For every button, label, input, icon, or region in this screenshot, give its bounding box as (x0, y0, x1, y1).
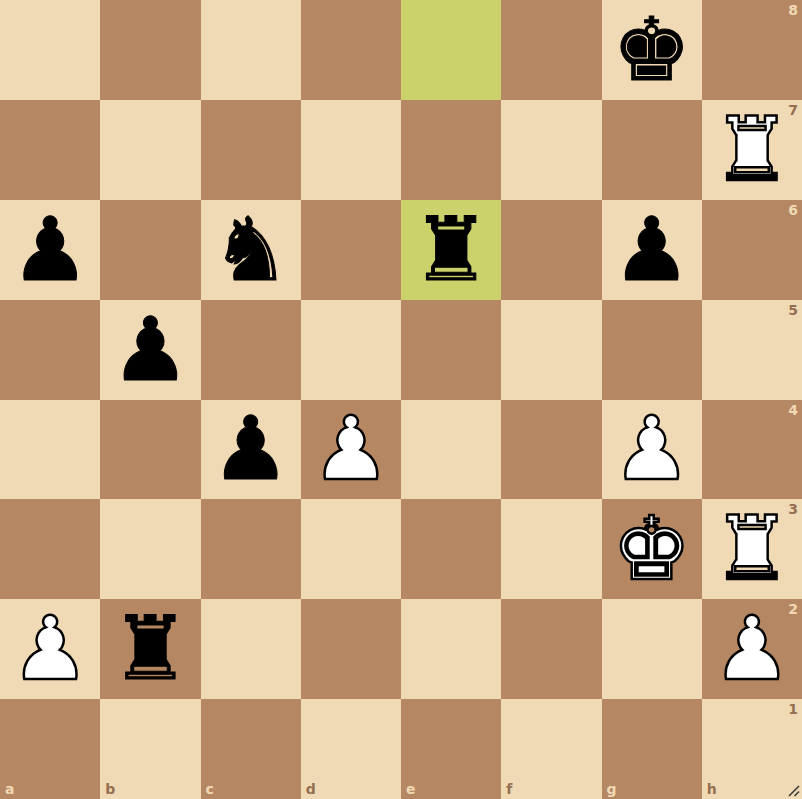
rank-label-6: 6 (788, 203, 798, 217)
square-b3[interactable] (100, 499, 200, 599)
square-d1[interactable]: d (301, 699, 401, 799)
square-f8[interactable] (501, 0, 601, 100)
square-c1[interactable]: c (201, 699, 301, 799)
file-label-f: f (506, 782, 512, 796)
black-king-piece[interactable]: ♚ (602, 0, 702, 100)
square-f2[interactable] (501, 599, 601, 699)
rank-label-5: 5 (788, 303, 798, 317)
square-c4[interactable]: ♟ (201, 400, 301, 500)
chess-board[interactable]: ♚8♜7♟♞♜♟6♟5♟♟♟4♚♜3♟♜♟2abcdefg1h (0, 0, 802, 799)
square-b7[interactable] (100, 100, 200, 200)
square-c7[interactable] (201, 100, 301, 200)
square-b1[interactable]: b (100, 699, 200, 799)
black-knight-piece[interactable]: ♞ (201, 200, 301, 300)
square-a8[interactable] (0, 0, 100, 100)
square-b8[interactable] (100, 0, 200, 100)
square-a6[interactable]: ♟ (0, 200, 100, 300)
square-c5[interactable] (201, 300, 301, 400)
white-rook-piece[interactable]: ♜ (702, 100, 802, 200)
square-d5[interactable] (301, 300, 401, 400)
square-e4[interactable] (401, 400, 501, 500)
square-h2[interactable]: ♟2 (702, 599, 802, 699)
white-pawn-piece[interactable]: ♟ (602, 400, 702, 500)
square-a7[interactable] (0, 100, 100, 200)
square-f4[interactable] (501, 400, 601, 500)
square-f3[interactable] (501, 499, 601, 599)
square-d4[interactable]: ♟ (301, 400, 401, 500)
white-king-piece[interactable]: ♚ (602, 499, 702, 599)
square-g5[interactable] (602, 300, 702, 400)
file-label-e: e (406, 782, 416, 796)
square-c3[interactable] (201, 499, 301, 599)
square-d6[interactable] (301, 200, 401, 300)
white-pawn-piece[interactable]: ♟ (301, 400, 401, 500)
black-pawn-piece[interactable]: ♟ (0, 200, 100, 300)
square-a2[interactable]: ♟ (0, 599, 100, 699)
square-b6[interactable] (100, 200, 200, 300)
square-f1[interactable]: f (501, 699, 601, 799)
rank-label-1: 1 (788, 702, 798, 716)
square-g3[interactable]: ♚ (602, 499, 702, 599)
square-a3[interactable] (0, 499, 100, 599)
file-label-a: a (5, 782, 14, 796)
square-g8[interactable]: ♚ (602, 0, 702, 100)
square-a4[interactable] (0, 400, 100, 500)
black-pawn-piece[interactable]: ♟ (100, 300, 200, 400)
square-e5[interactable] (401, 300, 501, 400)
black-pawn-piece[interactable]: ♟ (602, 200, 702, 300)
file-label-h: h (707, 782, 717, 796)
file-label-c: c (206, 782, 214, 796)
square-g6[interactable]: ♟ (602, 200, 702, 300)
square-e1[interactable]: e (401, 699, 501, 799)
square-g7[interactable] (602, 100, 702, 200)
square-h4[interactable]: 4 (702, 400, 802, 500)
square-h7[interactable]: ♜7 (702, 100, 802, 200)
square-d3[interactable] (301, 499, 401, 599)
rank-label-8: 8 (788, 3, 798, 17)
black-pawn-piece[interactable]: ♟ (201, 400, 301, 500)
black-rook-piece[interactable]: ♜ (100, 599, 200, 699)
white-pawn-piece[interactable]: ♟ (702, 599, 802, 699)
rank-label-4: 4 (788, 403, 798, 417)
square-g4[interactable]: ♟ (602, 400, 702, 500)
square-b5[interactable]: ♟ (100, 300, 200, 400)
square-h5[interactable]: 5 (702, 300, 802, 400)
square-c8[interactable] (201, 0, 301, 100)
square-f6[interactable] (501, 200, 601, 300)
square-e2[interactable] (401, 599, 501, 699)
square-c6[interactable]: ♞ (201, 200, 301, 300)
square-g2[interactable] (602, 599, 702, 699)
square-h1[interactable]: 1h (702, 699, 802, 799)
square-a1[interactable]: a (0, 699, 100, 799)
square-h6[interactable]: 6 (702, 200, 802, 300)
black-rook-piece[interactable]: ♜ (401, 200, 501, 300)
square-b2[interactable]: ♜ (100, 599, 200, 699)
square-e8[interactable] (401, 0, 501, 100)
square-d7[interactable] (301, 100, 401, 200)
square-e7[interactable] (401, 100, 501, 200)
file-label-b: b (105, 782, 115, 796)
square-f7[interactable] (501, 100, 601, 200)
white-rook-piece[interactable]: ♜ (702, 499, 802, 599)
square-d8[interactable] (301, 0, 401, 100)
square-e3[interactable] (401, 499, 501, 599)
square-h8[interactable]: 8 (702, 0, 802, 100)
square-a5[interactable] (0, 300, 100, 400)
square-f5[interactable] (501, 300, 601, 400)
square-d2[interactable] (301, 599, 401, 699)
square-b4[interactable] (100, 400, 200, 500)
square-c2[interactable] (201, 599, 301, 699)
file-label-g: g (607, 782, 617, 796)
square-h3[interactable]: ♜3 (702, 499, 802, 599)
square-g1[interactable]: g (602, 699, 702, 799)
board-resize-handle-icon[interactable] (786, 783, 800, 797)
file-label-d: d (306, 782, 316, 796)
white-pawn-piece[interactable]: ♟ (0, 599, 100, 699)
square-e6[interactable]: ♜ (401, 200, 501, 300)
